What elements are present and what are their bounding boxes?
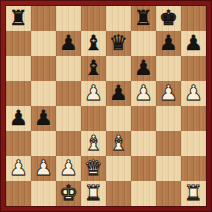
chess-board: ♜♜♚♟♝♛♟♟♝♟♟♟♟♟♟♟♟♝♝♟♟♟♛♚♜♜ — [6, 6, 206, 206]
square-d4[interactable] — [81, 106, 106, 131]
square-d5[interactable]: ♟ — [81, 81, 106, 106]
square-h2[interactable] — [181, 156, 206, 181]
square-f7[interactable] — [131, 31, 156, 56]
square-a8[interactable]: ♜ — [6, 6, 31, 31]
square-a7[interactable] — [6, 31, 31, 56]
piece-white-pawn[interactable]: ♟ — [81, 81, 106, 106]
square-h7[interactable]: ♟ — [181, 31, 206, 56]
square-b3[interactable] — [31, 131, 56, 156]
piece-white-pawn[interactable]: ♟ — [181, 81, 206, 106]
square-h1[interactable]: ♜ — [181, 181, 206, 206]
square-g5[interactable]: ♟ — [156, 81, 181, 106]
piece-white-bishop[interactable]: ♝ — [106, 131, 131, 156]
piece-black-rook[interactable]: ♜ — [131, 6, 156, 31]
square-e3[interactable]: ♝ — [106, 131, 131, 156]
square-a6[interactable] — [6, 56, 31, 81]
square-g6[interactable] — [156, 56, 181, 81]
piece-white-pawn[interactable]: ♟ — [131, 81, 156, 106]
square-c3[interactable] — [56, 131, 81, 156]
piece-black-rook[interactable]: ♜ — [6, 6, 31, 31]
square-e2[interactable] — [106, 156, 131, 181]
square-g2[interactable] — [156, 156, 181, 181]
square-f6[interactable]: ♟ — [131, 56, 156, 81]
piece-white-pawn[interactable]: ♟ — [56, 156, 81, 181]
square-h8[interactable] — [181, 6, 206, 31]
square-g7[interactable]: ♟ — [156, 31, 181, 56]
square-a4[interactable]: ♟ — [6, 106, 31, 131]
square-d6[interactable]: ♝ — [81, 56, 106, 81]
square-f5[interactable]: ♟ — [131, 81, 156, 106]
square-d7[interactable]: ♝ — [81, 31, 106, 56]
square-h6[interactable] — [181, 56, 206, 81]
piece-white-king[interactable]: ♚ — [56, 181, 81, 206]
square-e6[interactable] — [106, 56, 131, 81]
square-f2[interactable] — [131, 156, 156, 181]
square-e1[interactable] — [106, 181, 131, 206]
square-e5[interactable]: ♟ — [106, 81, 131, 106]
square-c8[interactable] — [56, 6, 81, 31]
square-e8[interactable] — [106, 6, 131, 31]
piece-black-pawn[interactable]: ♟ — [106, 81, 131, 106]
piece-black-pawn[interactable]: ♟ — [156, 31, 181, 56]
square-c5[interactable] — [56, 81, 81, 106]
square-d2[interactable]: ♛ — [81, 156, 106, 181]
square-d8[interactable] — [81, 6, 106, 31]
piece-white-pawn[interactable]: ♟ — [6, 156, 31, 181]
square-h3[interactable] — [181, 131, 206, 156]
piece-black-pawn[interactable]: ♟ — [181, 31, 206, 56]
square-f1[interactable] — [131, 181, 156, 206]
piece-black-pawn[interactable]: ♟ — [31, 106, 56, 131]
square-h4[interactable] — [181, 106, 206, 131]
square-e4[interactable] — [106, 106, 131, 131]
square-f8[interactable]: ♜ — [131, 6, 156, 31]
board-frame: ♜♜♚♟♝♛♟♟♝♟♟♟♟♟♟♟♟♝♝♟♟♟♛♚♜♜ — [0, 0, 212, 212]
square-d3[interactable]: ♝ — [81, 131, 106, 156]
square-b4[interactable]: ♟ — [31, 106, 56, 131]
square-c1[interactable]: ♚ — [56, 181, 81, 206]
square-c2[interactable]: ♟ — [56, 156, 81, 181]
piece-black-pawn[interactable]: ♟ — [6, 106, 31, 131]
piece-white-queen[interactable]: ♛ — [81, 156, 106, 181]
piece-white-rook[interactable]: ♜ — [181, 181, 206, 206]
square-b1[interactable] — [31, 181, 56, 206]
square-b6[interactable] — [31, 56, 56, 81]
piece-black-pawn[interactable]: ♟ — [131, 56, 156, 81]
square-d1[interactable]: ♜ — [81, 181, 106, 206]
piece-black-pawn[interactable]: ♟ — [56, 31, 81, 56]
square-a2[interactable]: ♟ — [6, 156, 31, 181]
square-h5[interactable]: ♟ — [181, 81, 206, 106]
square-b8[interactable] — [31, 6, 56, 31]
square-b5[interactable] — [31, 81, 56, 106]
square-g1[interactable] — [156, 181, 181, 206]
piece-black-queen[interactable]: ♛ — [106, 31, 131, 56]
piece-black-bishop[interactable]: ♝ — [81, 31, 106, 56]
piece-white-bishop[interactable]: ♝ — [81, 131, 106, 156]
square-c7[interactable]: ♟ — [56, 31, 81, 56]
square-b7[interactable] — [31, 31, 56, 56]
square-a5[interactable] — [6, 81, 31, 106]
piece-white-rook[interactable]: ♜ — [81, 181, 106, 206]
square-g8[interactable]: ♚ — [156, 6, 181, 31]
square-g3[interactable] — [156, 131, 181, 156]
square-e7[interactable]: ♛ — [106, 31, 131, 56]
square-b2[interactable]: ♟ — [31, 156, 56, 181]
square-a3[interactable] — [6, 131, 31, 156]
piece-black-bishop[interactable]: ♝ — [81, 56, 106, 81]
piece-white-pawn[interactable]: ♟ — [31, 156, 56, 181]
piece-black-king[interactable]: ♚ — [156, 6, 181, 31]
square-f3[interactable] — [131, 131, 156, 156]
square-f4[interactable] — [131, 106, 156, 131]
square-a1[interactable] — [6, 181, 31, 206]
square-g4[interactable] — [156, 106, 181, 131]
piece-white-pawn[interactable]: ♟ — [156, 81, 181, 106]
square-c6[interactable] — [56, 56, 81, 81]
square-c4[interactable] — [56, 106, 81, 131]
